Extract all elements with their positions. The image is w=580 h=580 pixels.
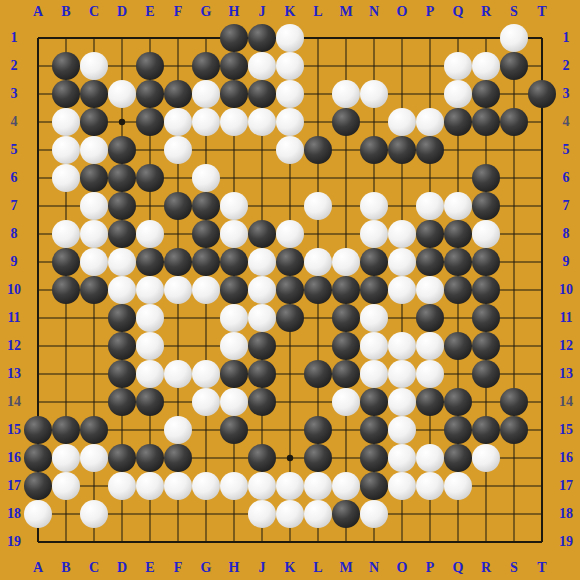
white-stone bbox=[164, 108, 192, 136]
row-label-right: 5 bbox=[552, 141, 580, 159]
black-stone bbox=[136, 444, 164, 472]
white-stone bbox=[192, 472, 220, 500]
black-stone bbox=[248, 360, 276, 388]
white-stone bbox=[388, 416, 416, 444]
row-label-right: 10 bbox=[552, 281, 580, 299]
white-stone bbox=[192, 164, 220, 192]
row-label-left: 1 bbox=[0, 29, 28, 47]
row-label-right: 11 bbox=[552, 309, 580, 327]
black-stone bbox=[472, 276, 500, 304]
row-label-right: 16 bbox=[552, 449, 580, 467]
black-stone bbox=[220, 276, 248, 304]
black-stone bbox=[500, 388, 528, 416]
row-label-right: 15 bbox=[552, 421, 580, 439]
white-stone bbox=[360, 332, 388, 360]
column-label-top: D bbox=[108, 3, 136, 21]
black-stone bbox=[332, 332, 360, 360]
row-label-left: 11 bbox=[0, 309, 28, 327]
white-stone bbox=[52, 444, 80, 472]
black-stone bbox=[108, 164, 136, 192]
white-stone bbox=[276, 500, 304, 528]
black-stone bbox=[444, 248, 472, 276]
white-stone bbox=[220, 220, 248, 248]
row-label-left: 15 bbox=[0, 421, 28, 439]
black-stone bbox=[52, 248, 80, 276]
column-label-bottom: D bbox=[108, 559, 136, 577]
column-label-bottom: N bbox=[360, 559, 388, 577]
white-stone bbox=[108, 472, 136, 500]
black-stone bbox=[360, 276, 388, 304]
white-stone bbox=[192, 108, 220, 136]
white-stone bbox=[52, 220, 80, 248]
black-stone bbox=[220, 416, 248, 444]
white-stone bbox=[192, 388, 220, 416]
white-stone bbox=[332, 248, 360, 276]
column-label-bottom: C bbox=[80, 559, 108, 577]
white-stone bbox=[192, 360, 220, 388]
white-stone bbox=[276, 24, 304, 52]
white-stone bbox=[416, 108, 444, 136]
black-stone bbox=[24, 416, 52, 444]
hoshi-point bbox=[287, 455, 293, 461]
black-stone bbox=[444, 444, 472, 472]
column-label-top: B bbox=[52, 3, 80, 21]
white-stone bbox=[388, 444, 416, 472]
row-label-right: 8 bbox=[552, 225, 580, 243]
black-stone bbox=[500, 52, 528, 80]
black-stone bbox=[444, 220, 472, 248]
white-stone bbox=[136, 472, 164, 500]
black-stone bbox=[416, 388, 444, 416]
white-stone bbox=[332, 80, 360, 108]
white-stone bbox=[248, 472, 276, 500]
white-stone bbox=[136, 220, 164, 248]
row-label-left: 18 bbox=[0, 505, 28, 523]
white-stone bbox=[136, 332, 164, 360]
white-stone bbox=[52, 472, 80, 500]
black-stone bbox=[220, 52, 248, 80]
black-stone bbox=[220, 248, 248, 276]
white-stone bbox=[276, 136, 304, 164]
black-stone bbox=[108, 192, 136, 220]
column-label-top: Q bbox=[444, 3, 472, 21]
white-stone bbox=[164, 472, 192, 500]
black-stone bbox=[276, 304, 304, 332]
black-stone bbox=[472, 304, 500, 332]
white-stone bbox=[416, 472, 444, 500]
black-stone bbox=[80, 276, 108, 304]
black-stone bbox=[80, 108, 108, 136]
white-stone bbox=[276, 80, 304, 108]
row-label-right: 17 bbox=[552, 477, 580, 495]
white-stone bbox=[248, 248, 276, 276]
row-label-left: 7 bbox=[0, 197, 28, 215]
row-label-left: 5 bbox=[0, 141, 28, 159]
white-stone bbox=[136, 304, 164, 332]
row-label-right: 7 bbox=[552, 197, 580, 215]
white-stone bbox=[220, 472, 248, 500]
white-stone bbox=[220, 388, 248, 416]
column-label-top: F bbox=[164, 3, 192, 21]
row-label-right: 3 bbox=[552, 85, 580, 103]
black-stone bbox=[248, 332, 276, 360]
black-stone bbox=[276, 276, 304, 304]
black-stone bbox=[220, 360, 248, 388]
row-label-right: 13 bbox=[552, 365, 580, 383]
black-stone bbox=[80, 164, 108, 192]
white-stone bbox=[192, 80, 220, 108]
black-stone bbox=[472, 164, 500, 192]
white-stone bbox=[248, 52, 276, 80]
black-stone bbox=[388, 136, 416, 164]
black-stone bbox=[52, 276, 80, 304]
row-label-left: 4 bbox=[0, 113, 28, 131]
white-stone bbox=[276, 52, 304, 80]
column-label-top: L bbox=[304, 3, 332, 21]
black-stone bbox=[108, 136, 136, 164]
black-stone bbox=[220, 80, 248, 108]
white-stone bbox=[388, 472, 416, 500]
row-label-left: 6 bbox=[0, 169, 28, 187]
black-stone bbox=[444, 416, 472, 444]
row-label-left: 16 bbox=[0, 449, 28, 467]
black-stone bbox=[248, 220, 276, 248]
column-label-top: M bbox=[332, 3, 360, 21]
row-label-right: 6 bbox=[552, 169, 580, 187]
black-stone bbox=[332, 500, 360, 528]
black-stone bbox=[108, 304, 136, 332]
black-stone bbox=[416, 304, 444, 332]
column-label-top: G bbox=[192, 3, 220, 21]
column-label-bottom: Q bbox=[444, 559, 472, 577]
black-stone bbox=[248, 388, 276, 416]
column-label-bottom: T bbox=[528, 559, 556, 577]
column-label-top: O bbox=[388, 3, 416, 21]
column-label-bottom: A bbox=[24, 559, 52, 577]
white-stone bbox=[388, 276, 416, 304]
row-label-left: 13 bbox=[0, 365, 28, 383]
black-stone bbox=[220, 24, 248, 52]
black-stone bbox=[304, 360, 332, 388]
white-stone bbox=[52, 108, 80, 136]
white-stone bbox=[360, 192, 388, 220]
black-stone bbox=[360, 472, 388, 500]
black-stone bbox=[360, 136, 388, 164]
black-stone bbox=[360, 248, 388, 276]
row-label-left: 19 bbox=[0, 533, 28, 551]
white-stone bbox=[444, 472, 472, 500]
white-stone bbox=[276, 220, 304, 248]
white-stone bbox=[136, 276, 164, 304]
white-stone bbox=[360, 80, 388, 108]
black-stone bbox=[416, 220, 444, 248]
white-stone bbox=[248, 108, 276, 136]
row-label-left: 3 bbox=[0, 85, 28, 103]
white-stone bbox=[164, 136, 192, 164]
row-label-right: 19 bbox=[552, 533, 580, 551]
black-stone bbox=[472, 192, 500, 220]
black-stone bbox=[108, 220, 136, 248]
white-stone bbox=[388, 332, 416, 360]
white-stone bbox=[276, 108, 304, 136]
white-stone bbox=[444, 192, 472, 220]
row-label-left: 14 bbox=[0, 393, 28, 411]
white-stone bbox=[304, 192, 332, 220]
column-label-top: C bbox=[80, 3, 108, 21]
column-label-bottom: B bbox=[52, 559, 80, 577]
black-stone bbox=[444, 388, 472, 416]
white-stone bbox=[276, 472, 304, 500]
white-stone bbox=[220, 304, 248, 332]
white-stone bbox=[304, 472, 332, 500]
column-label-top: H bbox=[220, 3, 248, 21]
black-stone bbox=[304, 444, 332, 472]
white-stone bbox=[472, 220, 500, 248]
row-label-left: 10 bbox=[0, 281, 28, 299]
black-stone bbox=[416, 248, 444, 276]
black-stone bbox=[52, 416, 80, 444]
row-label-right: 12 bbox=[552, 337, 580, 355]
black-stone bbox=[136, 248, 164, 276]
column-label-bottom: K bbox=[276, 559, 304, 577]
black-stone bbox=[472, 332, 500, 360]
column-label-bottom: L bbox=[304, 559, 332, 577]
white-stone bbox=[416, 276, 444, 304]
black-stone bbox=[164, 444, 192, 472]
white-stone bbox=[80, 444, 108, 472]
white-stone bbox=[416, 332, 444, 360]
black-stone bbox=[192, 248, 220, 276]
white-stone bbox=[220, 108, 248, 136]
white-stone bbox=[80, 500, 108, 528]
black-stone bbox=[500, 108, 528, 136]
black-stone bbox=[276, 248, 304, 276]
column-label-top: T bbox=[528, 3, 556, 21]
black-stone bbox=[304, 276, 332, 304]
black-stone bbox=[136, 80, 164, 108]
black-stone bbox=[80, 416, 108, 444]
black-stone bbox=[164, 80, 192, 108]
black-stone bbox=[192, 220, 220, 248]
row-label-left: 9 bbox=[0, 253, 28, 271]
column-label-bottom: S bbox=[500, 559, 528, 577]
black-stone bbox=[472, 416, 500, 444]
column-label-top: A bbox=[24, 3, 52, 21]
white-stone bbox=[108, 80, 136, 108]
column-label-bottom: H bbox=[220, 559, 248, 577]
white-stone bbox=[24, 500, 52, 528]
black-stone bbox=[164, 248, 192, 276]
black-stone bbox=[136, 164, 164, 192]
black-stone bbox=[472, 108, 500, 136]
black-stone bbox=[24, 472, 52, 500]
white-stone bbox=[108, 276, 136, 304]
column-label-top: S bbox=[500, 3, 528, 21]
white-stone bbox=[80, 220, 108, 248]
column-label-bottom: J bbox=[248, 559, 276, 577]
white-stone bbox=[80, 52, 108, 80]
row-label-left: 17 bbox=[0, 477, 28, 495]
white-stone bbox=[416, 360, 444, 388]
black-stone bbox=[500, 416, 528, 444]
row-label-right: 1 bbox=[552, 29, 580, 47]
black-stone bbox=[136, 108, 164, 136]
black-stone bbox=[80, 80, 108, 108]
black-stone bbox=[472, 248, 500, 276]
white-stone bbox=[248, 500, 276, 528]
black-stone bbox=[248, 444, 276, 472]
black-stone bbox=[248, 24, 276, 52]
go-board-app: AABBCCDDEEFFGGHHJJKKLLMMNNOOPPQQRRSSTT11… bbox=[0, 0, 580, 580]
white-stone bbox=[472, 52, 500, 80]
black-stone bbox=[472, 360, 500, 388]
column-label-bottom: P bbox=[416, 559, 444, 577]
white-stone bbox=[304, 248, 332, 276]
row-label-right: 2 bbox=[552, 57, 580, 75]
white-stone bbox=[360, 500, 388, 528]
black-stone bbox=[108, 360, 136, 388]
black-stone bbox=[444, 276, 472, 304]
black-stone bbox=[360, 416, 388, 444]
white-stone bbox=[332, 472, 360, 500]
white-stone bbox=[360, 304, 388, 332]
white-stone bbox=[472, 444, 500, 472]
white-stone bbox=[80, 192, 108, 220]
white-stone bbox=[52, 136, 80, 164]
white-stone bbox=[388, 108, 416, 136]
white-stone bbox=[220, 192, 248, 220]
column-label-top: P bbox=[416, 3, 444, 21]
row-label-left: 8 bbox=[0, 225, 28, 243]
column-label-top: N bbox=[360, 3, 388, 21]
column-label-bottom: E bbox=[136, 559, 164, 577]
column-label-bottom: R bbox=[472, 559, 500, 577]
column-label-bottom: F bbox=[164, 559, 192, 577]
black-stone bbox=[248, 80, 276, 108]
black-stone bbox=[52, 52, 80, 80]
row-label-right: 9 bbox=[552, 253, 580, 271]
black-stone bbox=[332, 304, 360, 332]
column-label-bottom: G bbox=[192, 559, 220, 577]
black-stone bbox=[360, 444, 388, 472]
white-stone bbox=[388, 248, 416, 276]
row-label-left: 2 bbox=[0, 57, 28, 75]
black-stone bbox=[416, 136, 444, 164]
white-stone bbox=[80, 248, 108, 276]
black-stone bbox=[360, 388, 388, 416]
black-stone bbox=[444, 108, 472, 136]
column-label-bottom: M bbox=[332, 559, 360, 577]
white-stone bbox=[80, 136, 108, 164]
black-stone bbox=[332, 108, 360, 136]
white-stone bbox=[136, 360, 164, 388]
black-stone bbox=[332, 360, 360, 388]
white-stone bbox=[164, 416, 192, 444]
row-label-right: 4 bbox=[552, 113, 580, 131]
white-stone bbox=[304, 500, 332, 528]
black-stone bbox=[136, 388, 164, 416]
column-label-top: K bbox=[276, 3, 304, 21]
black-stone bbox=[444, 332, 472, 360]
black-stone bbox=[192, 52, 220, 80]
white-stone bbox=[444, 52, 472, 80]
white-stone bbox=[416, 444, 444, 472]
white-stone bbox=[192, 276, 220, 304]
white-stone bbox=[164, 360, 192, 388]
black-stone bbox=[136, 52, 164, 80]
black-stone bbox=[472, 80, 500, 108]
black-stone bbox=[192, 192, 220, 220]
column-label-top: E bbox=[136, 3, 164, 21]
black-stone bbox=[108, 332, 136, 360]
black-stone bbox=[24, 444, 52, 472]
column-label-bottom: O bbox=[388, 559, 416, 577]
white-stone bbox=[248, 304, 276, 332]
white-stone bbox=[332, 388, 360, 416]
white-stone bbox=[416, 192, 444, 220]
white-stone bbox=[52, 164, 80, 192]
white-stone bbox=[108, 248, 136, 276]
row-label-left: 12 bbox=[0, 337, 28, 355]
white-stone bbox=[444, 80, 472, 108]
black-stone bbox=[304, 416, 332, 444]
black-stone bbox=[332, 276, 360, 304]
white-stone bbox=[248, 276, 276, 304]
black-stone bbox=[304, 136, 332, 164]
white-stone bbox=[388, 388, 416, 416]
black-stone bbox=[164, 192, 192, 220]
hoshi-point bbox=[119, 119, 125, 125]
row-label-right: 14 bbox=[552, 393, 580, 411]
white-stone bbox=[388, 220, 416, 248]
white-stone bbox=[360, 220, 388, 248]
black-stone bbox=[108, 388, 136, 416]
white-stone bbox=[388, 360, 416, 388]
row-label-right: 18 bbox=[552, 505, 580, 523]
column-label-top: R bbox=[472, 3, 500, 21]
black-stone bbox=[108, 444, 136, 472]
white-stone bbox=[500, 24, 528, 52]
column-label-top: J bbox=[248, 3, 276, 21]
black-stone bbox=[52, 80, 80, 108]
white-stone bbox=[360, 360, 388, 388]
white-stone bbox=[220, 332, 248, 360]
white-stone bbox=[164, 276, 192, 304]
